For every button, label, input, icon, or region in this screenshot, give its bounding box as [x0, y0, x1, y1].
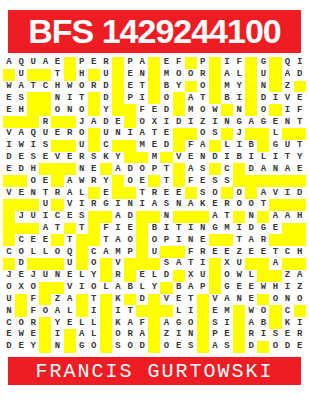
- letter-cell: P: [197, 57, 209, 69]
- letter-cell: I: [269, 92, 281, 104]
- letter-cell: E: [64, 152, 76, 164]
- letter-cell: E: [209, 305, 221, 317]
- empty-cell: [257, 175, 269, 187]
- empty-cell: [209, 81, 221, 93]
- letter-cell: I: [209, 116, 221, 128]
- letter-cell: T: [257, 199, 269, 211]
- empty-cell: [3, 223, 15, 235]
- letter-cell: U: [27, 211, 39, 223]
- letter-cell: Q: [27, 128, 39, 140]
- letter-cell: H: [27, 163, 39, 175]
- empty-cell: [294, 234, 306, 246]
- letter-cell: T: [197, 92, 209, 104]
- letter-cell: B: [173, 282, 185, 294]
- letter-cell: N: [233, 294, 245, 306]
- empty-cell: [233, 211, 245, 223]
- letter-cell: I: [51, 329, 63, 341]
- letter-cell: E: [160, 57, 172, 69]
- letter-cell: O: [27, 282, 39, 294]
- empty-cell: [124, 152, 136, 164]
- empty-cell: [173, 140, 185, 152]
- letter-cell: I: [257, 329, 269, 341]
- letter-cell: P: [76, 57, 88, 69]
- letter-cell: L: [76, 187, 88, 199]
- empty-cell: [100, 270, 112, 282]
- empty-cell: [112, 81, 124, 93]
- empty-cell: [209, 69, 221, 81]
- letter-cell: U: [15, 69, 27, 81]
- letter-cell: A: [282, 211, 294, 223]
- empty-cell: [88, 234, 100, 246]
- letter-cell: S: [160, 199, 172, 211]
- letter-cell: O: [269, 294, 281, 306]
- letter-cell: T: [173, 223, 185, 235]
- letter-cell: O: [39, 305, 51, 317]
- empty-cell: [209, 234, 221, 246]
- letter-cell: U: [100, 128, 112, 140]
- letter-cell: P: [124, 57, 136, 69]
- letter-cell: N: [185, 234, 197, 246]
- empty-cell: [124, 294, 136, 306]
- empty-cell: [124, 116, 136, 128]
- letter-cell: O: [269, 341, 281, 353]
- book-cover: BFS 1429244100 AQUAEPERPAEFPIFGQIUTHUENM…: [0, 0, 309, 400]
- empty-cell: [257, 128, 269, 140]
- empty-cell: [269, 81, 281, 93]
- letter-cell: A: [185, 199, 197, 211]
- empty-cell: [209, 270, 221, 282]
- letter-cell: M: [112, 246, 124, 258]
- letter-cell: R: [148, 187, 160, 199]
- letter-cell: D: [3, 341, 15, 353]
- empty-cell: [245, 92, 257, 104]
- empty-cell: [294, 175, 306, 187]
- letter-cell: D: [160, 104, 172, 116]
- letter-cell: A: [88, 116, 100, 128]
- book-title: BFS 1429244100: [28, 12, 281, 51]
- letter-cell: O: [112, 329, 124, 341]
- letter-cell: I: [76, 282, 88, 294]
- letter-cell: S: [15, 92, 27, 104]
- letter-cell: T: [51, 223, 63, 235]
- empty-cell: [64, 69, 76, 81]
- empty-cell: [148, 81, 160, 93]
- empty-cell: [197, 317, 209, 329]
- empty-cell: [221, 128, 233, 140]
- letter-cell: I: [185, 223, 197, 235]
- letter-cell: W: [64, 81, 76, 93]
- letter-cell: A: [15, 128, 27, 140]
- letter-cell: E: [100, 187, 112, 199]
- letter-cell: X: [221, 258, 233, 270]
- empty-cell: [76, 305, 88, 317]
- letter-cell: H: [51, 81, 63, 93]
- empty-cell: [64, 163, 76, 175]
- empty-cell: [64, 341, 76, 353]
- letter-cell: O: [124, 234, 136, 246]
- empty-cell: [100, 163, 112, 175]
- empty-cell: [160, 246, 172, 258]
- empty-cell: [15, 305, 27, 317]
- empty-cell: [27, 223, 39, 235]
- letter-cell: A: [136, 329, 148, 341]
- letter-cell: A: [39, 57, 51, 69]
- letter-cell: E: [282, 329, 294, 341]
- letter-cell: N: [136, 69, 148, 81]
- letter-cell: U: [39, 128, 51, 140]
- letter-cell: G: [257, 57, 269, 69]
- letter-cell: A: [269, 211, 281, 223]
- letter-cell: T: [294, 116, 306, 128]
- letter-cell: P: [209, 329, 221, 341]
- letter-cell: C: [88, 246, 100, 258]
- empty-cell: [257, 294, 269, 306]
- empty-cell: [27, 92, 39, 104]
- letter-cell: S: [39, 140, 51, 152]
- empty-cell: [100, 329, 112, 341]
- empty-cell: [124, 104, 136, 116]
- letter-cell: O: [124, 175, 136, 187]
- empty-cell: [257, 211, 269, 223]
- empty-cell: [136, 223, 148, 235]
- letter-cell: O: [27, 175, 39, 187]
- letter-cell: F: [136, 317, 148, 329]
- letter-cell: A: [124, 317, 136, 329]
- letter-cell: N: [197, 223, 209, 235]
- letter-cell: I: [160, 223, 172, 235]
- letter-cell: E: [51, 128, 63, 140]
- letter-cell: N: [257, 81, 269, 93]
- letter-cell: E: [3, 163, 15, 175]
- letter-cell: A: [269, 258, 281, 270]
- letter-cell: W: [209, 104, 221, 116]
- letter-cell: P: [124, 92, 136, 104]
- letter-cell: E: [221, 329, 233, 341]
- letter-cell: C: [100, 140, 112, 152]
- empty-cell: [197, 294, 209, 306]
- letter-cell: A: [51, 305, 63, 317]
- empty-cell: [269, 69, 281, 81]
- letter-cell: E: [173, 294, 185, 306]
- empty-cell: [173, 246, 185, 258]
- puzzle-grid: AQUAEPERPAEFPIFGQIUTHUENMOORALUADWATCHWO…: [3, 57, 306, 353]
- empty-cell: [197, 211, 209, 223]
- letter-cell: R: [257, 234, 269, 246]
- letter-cell: E: [197, 234, 209, 246]
- letter-cell: D: [15, 258, 27, 270]
- letter-cell: L: [257, 152, 269, 164]
- empty-cell: [51, 175, 63, 187]
- letter-cell: F: [185, 246, 197, 258]
- letter-cell: R: [39, 116, 51, 128]
- letter-cell: U: [257, 69, 269, 81]
- empty-cell: [282, 199, 294, 211]
- letter-cell: I: [294, 317, 306, 329]
- empty-cell: [209, 258, 221, 270]
- letter-cell: A: [64, 294, 76, 306]
- letter-cell: I: [233, 223, 245, 235]
- letter-cell: O: [51, 246, 63, 258]
- empty-cell: [245, 128, 257, 140]
- empty-cell: [282, 175, 294, 187]
- letter-cell: V: [3, 128, 15, 140]
- empty-cell: [51, 234, 63, 246]
- letter-cell: U: [76, 140, 88, 152]
- letter-cell: E: [88, 57, 100, 69]
- empty-cell: [282, 128, 294, 140]
- letter-cell: D: [15, 163, 27, 175]
- letter-cell: M: [160, 69, 172, 81]
- letter-cell: O: [88, 258, 100, 270]
- empty-cell: [88, 69, 100, 81]
- letter-cell: S: [221, 341, 233, 353]
- letter-cell: O: [15, 246, 27, 258]
- letter-cell: E: [185, 152, 197, 164]
- letter-cell: M: [185, 104, 197, 116]
- letter-cell: I: [185, 116, 197, 128]
- letter-cell: A: [185, 92, 197, 104]
- letter-cell: O: [221, 270, 233, 282]
- letter-cell: A: [136, 128, 148, 140]
- letter-cell: O: [136, 163, 148, 175]
- empty-cell: [112, 140, 124, 152]
- empty-cell: [39, 329, 51, 341]
- letter-cell: Y: [27, 341, 39, 353]
- letter-cell: O: [197, 81, 209, 93]
- letter-cell: O: [209, 187, 221, 199]
- letter-cell: G: [209, 223, 221, 235]
- letter-cell: J: [27, 270, 39, 282]
- letter-cell: I: [294, 57, 306, 69]
- letter-cell: A: [148, 199, 160, 211]
- letter-cell: S: [88, 152, 100, 164]
- letter-cell: U: [3, 294, 15, 306]
- letter-cell: B: [148, 223, 160, 235]
- empty-cell: [257, 341, 269, 353]
- empty-cell: [148, 92, 160, 104]
- letter-cell: J: [3, 270, 15, 282]
- letter-cell: N: [51, 341, 63, 353]
- empty-cell: [197, 329, 209, 341]
- empty-cell: [3, 211, 15, 223]
- letter-cell: E: [15, 341, 27, 353]
- empty-cell: [51, 140, 63, 152]
- letter-cell: S: [112, 341, 124, 353]
- letter-cell: O: [15, 317, 27, 329]
- empty-cell: [173, 270, 185, 282]
- letter-cell: D: [124, 211, 136, 223]
- letter-cell: Z: [294, 282, 306, 294]
- letter-cell: A: [173, 258, 185, 270]
- empty-cell: [112, 57, 124, 69]
- letter-cell: Y: [173, 81, 185, 93]
- letter-cell: N: [76, 163, 88, 175]
- empty-cell: [269, 317, 281, 329]
- letter-cell: D: [136, 341, 148, 353]
- letter-cell: E: [173, 341, 185, 353]
- letter-cell: T: [76, 92, 88, 104]
- empty-cell: [197, 341, 209, 353]
- letter-cell: O: [257, 104, 269, 116]
- letter-cell: B: [257, 317, 269, 329]
- letter-cell: T: [269, 246, 281, 258]
- empty-cell: [136, 258, 148, 270]
- letter-cell: O: [160, 341, 172, 353]
- empty-cell: [233, 163, 245, 175]
- letter-cell: I: [221, 57, 233, 69]
- letter-cell: O: [3, 282, 15, 294]
- letter-cell: C: [282, 305, 294, 317]
- empty-cell: [136, 246, 148, 258]
- letter-cell: E: [27, 329, 39, 341]
- letter-cell: U: [197, 270, 209, 282]
- letter-cell: S: [221, 175, 233, 187]
- empty-cell: [39, 258, 51, 270]
- empty-cell: [100, 305, 112, 317]
- letter-cell: Q: [15, 57, 27, 69]
- letter-cell: X: [148, 116, 160, 128]
- letter-cell: E: [269, 223, 281, 235]
- empty-cell: [257, 258, 269, 270]
- empty-cell: [100, 211, 112, 223]
- letter-cell: A: [112, 282, 124, 294]
- letter-cell: J: [15, 211, 27, 223]
- letter-cell: D: [100, 92, 112, 104]
- letter-cell: R: [88, 81, 100, 93]
- letter-cell: A: [245, 116, 257, 128]
- empty-cell: [245, 104, 257, 116]
- empty-cell: [27, 69, 39, 81]
- letter-cell: Z: [233, 246, 245, 258]
- letter-cell: C: [3, 317, 15, 329]
- letter-cell: P: [124, 246, 136, 258]
- empty-cell: [294, 128, 306, 140]
- letter-cell: E: [269, 116, 281, 128]
- letter-cell: D: [209, 152, 221, 164]
- letter-cell: H: [269, 282, 281, 294]
- empty-cell: [3, 234, 15, 246]
- empty-cell: [39, 69, 51, 81]
- letter-cell: N: [160, 211, 172, 223]
- letter-cell: G: [257, 223, 269, 235]
- letter-cell: O: [197, 104, 209, 116]
- letter-cell: Y: [51, 317, 63, 329]
- letter-cell: T: [294, 140, 306, 152]
- letter-cell: S: [269, 329, 281, 341]
- letter-cell: N: [282, 116, 294, 128]
- letter-cell: O: [76, 81, 88, 93]
- empty-cell: [148, 258, 160, 270]
- letter-cell: E: [124, 81, 136, 93]
- letter-cell: A: [112, 211, 124, 223]
- letter-cell: I: [39, 211, 51, 223]
- letter-cell: W: [15, 329, 27, 341]
- letter-cell: I: [88, 305, 100, 317]
- empty-cell: [39, 341, 51, 353]
- empty-cell: [294, 223, 306, 235]
- letter-cell: A: [160, 317, 172, 329]
- empty-cell: [269, 305, 281, 317]
- letter-cell: E: [209, 246, 221, 258]
- letter-cell: I: [112, 223, 124, 235]
- letter-cell: K: [197, 199, 209, 211]
- letter-cell: L: [233, 69, 245, 81]
- letter-cell: P: [148, 163, 160, 175]
- letter-cell: O: [88, 341, 100, 353]
- letter-cell: R: [124, 329, 136, 341]
- letter-cell: L: [245, 270, 257, 282]
- letter-cell: T: [124, 305, 136, 317]
- letter-cell: D: [160, 140, 172, 152]
- empty-cell: [209, 57, 221, 69]
- letter-cell: E: [3, 104, 15, 116]
- letter-cell: N: [245, 211, 257, 223]
- letter-cell: F: [294, 104, 306, 116]
- letter-cell: N: [221, 116, 233, 128]
- letter-cell: R: [197, 246, 209, 258]
- empty-cell: [124, 258, 136, 270]
- letter-cell: A: [100, 246, 112, 258]
- letter-cell: O: [136, 116, 148, 128]
- letter-cell: G: [76, 341, 88, 353]
- letter-cell: O: [233, 187, 245, 199]
- letter-cell: D: [173, 116, 185, 128]
- letter-cell: F: [185, 140, 197, 152]
- letter-cell: E: [257, 246, 269, 258]
- letter-cell: T: [64, 234, 76, 246]
- letter-cell: H: [294, 246, 306, 258]
- letter-cell: S: [160, 258, 172, 270]
- letter-cell: U: [64, 258, 76, 270]
- letter-cell: S: [209, 128, 221, 140]
- letter-cell: B: [233, 152, 245, 164]
- letter-cell: Y: [100, 104, 112, 116]
- letter-cell: A: [221, 294, 233, 306]
- letter-cell: L: [88, 329, 100, 341]
- letter-cell: C: [39, 81, 51, 93]
- letter-cell: I: [136, 92, 148, 104]
- empty-cell: [88, 104, 100, 116]
- empty-cell: [294, 81, 306, 93]
- empty-cell: [100, 317, 112, 329]
- letter-cell: L: [88, 317, 100, 329]
- letter-cell: O: [185, 69, 197, 81]
- letter-cell: F: [185, 175, 197, 187]
- letter-cell: I: [124, 128, 136, 140]
- empty-cell: [233, 175, 245, 187]
- letter-cell: Z: [51, 294, 63, 306]
- letter-cell: R: [88, 175, 100, 187]
- letter-cell: O: [51, 104, 63, 116]
- empty-cell: [221, 104, 233, 116]
- letter-cell: D: [282, 341, 294, 353]
- empty-cell: [27, 258, 39, 270]
- letter-cell: D: [100, 81, 112, 93]
- empty-cell: [185, 211, 197, 223]
- letter-cell: T: [221, 211, 233, 223]
- empty-cell: [148, 341, 160, 353]
- empty-cell: [269, 199, 281, 211]
- letter-cell: Z: [282, 81, 294, 93]
- empty-cell: [245, 57, 257, 69]
- empty-cell: [245, 187, 257, 199]
- letter-cell: L: [76, 317, 88, 329]
- letter-cell: E: [209, 199, 221, 211]
- letter-cell: L: [39, 246, 51, 258]
- letter-cell: M: [221, 223, 233, 235]
- letter-cell: A: [185, 282, 197, 294]
- empty-cell: [245, 81, 257, 93]
